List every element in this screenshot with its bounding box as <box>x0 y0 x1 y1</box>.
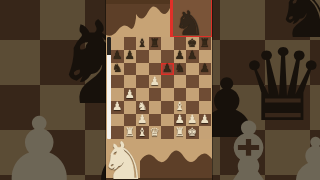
square-h6[interactable]: ♟ <box>199 63 212 76</box>
black-bishop-c8[interactable]: ♝ <box>136 37 149 50</box>
white-pawn-a3[interactable]: ♟ <box>111 101 124 114</box>
top-zoom-fill: ♞ <box>106 0 212 37</box>
square-f1[interactable]: ♜ <box>174 126 187 139</box>
square-d7[interactable] <box>149 50 162 63</box>
square-c8[interactable]: ♝ <box>136 37 149 50</box>
square-a5[interactable] <box>111 75 124 88</box>
square-e3[interactable] <box>161 101 174 114</box>
square-b6[interactable] <box>124 63 137 76</box>
square-c7[interactable] <box>136 50 149 63</box>
video-frame: ♞♟♟♟♛♝♟♞ ♞ ♝♜♚♜♟♟♟♟♞♟♞♟♟♟♟♞♝♟♟♟♟♜♝♛♜♚ <box>0 0 320 180</box>
square-e1[interactable] <box>161 126 174 139</box>
square-f5[interactable] <box>174 75 187 88</box>
black-pawn-e6[interactable]: ♟ <box>161 63 174 76</box>
white-bishop-c1[interactable]: ♝ <box>136 126 149 139</box>
black-rook-h8[interactable]: ♜ <box>199 37 212 50</box>
white-pawn-h2[interactable]: ♟ <box>199 114 212 127</box>
square-h5[interactable] <box>199 75 212 88</box>
square-f6[interactable]: ♞ <box>174 63 187 76</box>
square-a1[interactable] <box>111 126 124 139</box>
square-c5[interactable] <box>136 75 149 88</box>
white-rook-b1[interactable]: ♜ <box>124 126 137 139</box>
square-b3[interactable] <box>124 101 137 114</box>
black-rook-d8[interactable]: ♜ <box>149 37 162 50</box>
black-knight-f6[interactable]: ♞ <box>174 63 187 76</box>
white-queen-d1[interactable]: ♛ <box>149 126 162 139</box>
square-d8[interactable]: ♜ <box>149 37 162 50</box>
square-d3[interactable] <box>149 101 162 114</box>
square-g4[interactable] <box>186 88 199 101</box>
square-b4[interactable]: ♟ <box>124 88 137 101</box>
square-g1[interactable]: ♚ <box>186 126 199 139</box>
zoomed-white-knight-icon: ♞ <box>106 139 147 180</box>
square-d4[interactable] <box>149 88 162 101</box>
square-g5[interactable] <box>186 75 199 88</box>
white-king-g1[interactable]: ♚ <box>186 126 199 139</box>
square-b7[interactable]: ♟ <box>124 50 137 63</box>
square-g7[interactable]: ♟ <box>186 50 199 63</box>
square-e8[interactable] <box>161 37 174 50</box>
square-b1[interactable]: ♜ <box>124 126 137 139</box>
zoomed-black-knight-icon: ♞ <box>174 3 204 37</box>
square-g6[interactable] <box>186 63 199 76</box>
video-strip: ♞ ♝♜♚♜♟♟♟♟♞♟♞♟♟♟♟♞♝♟♟♟♟♜♝♛♜♚ ♞ <box>106 0 212 180</box>
square-d5[interactable]: ♟ <box>149 75 162 88</box>
square-a3[interactable]: ♟ <box>111 101 124 114</box>
square-e6[interactable]: ♟ <box>161 63 174 76</box>
square-e2[interactable] <box>161 114 174 127</box>
black-knight-a6[interactable]: ♞ <box>111 63 124 76</box>
square-c6[interactable] <box>136 63 149 76</box>
black-pawn-h6[interactable]: ♟ <box>199 63 212 76</box>
bottom-zoom-fill: ♞ <box>106 139 212 180</box>
chess-board[interactable]: ♝♜♚♜♟♟♟♟♞♟♞♟♟♟♟♞♝♟♟♟♟♜♝♛♜♚ <box>111 37 211 139</box>
square-h8[interactable]: ♜ <box>199 37 212 50</box>
square-h1[interactable] <box>199 126 212 139</box>
black-pawn-g7[interactable]: ♟ <box>186 50 199 63</box>
black-pawn-b7[interactable]: ♟ <box>124 50 137 63</box>
square-c1[interactable]: ♝ <box>136 126 149 139</box>
square-d1[interactable]: ♛ <box>149 126 162 139</box>
square-e5[interactable] <box>161 75 174 88</box>
square-a2[interactable] <box>111 114 124 127</box>
square-h2[interactable]: ♟ <box>199 114 212 127</box>
square-a6[interactable]: ♞ <box>111 63 124 76</box>
white-pawn-b4[interactable]: ♟ <box>124 88 137 101</box>
white-rook-f1[interactable]: ♜ <box>174 126 187 139</box>
zoomed-last-move-square: ♞ <box>170 0 212 37</box>
white-pawn-d5[interactable]: ♟ <box>149 75 162 88</box>
square-e4[interactable] <box>161 88 174 101</box>
square-h4[interactable] <box>199 88 212 101</box>
